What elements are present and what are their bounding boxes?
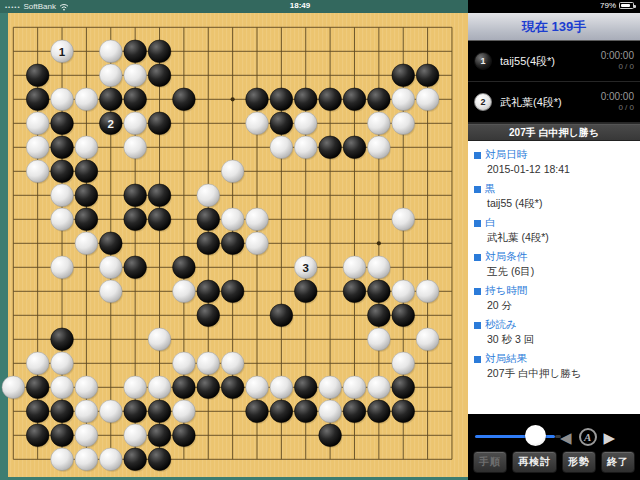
white-stone bbox=[75, 400, 98, 423]
white-stone bbox=[26, 112, 49, 135]
bullet-icon bbox=[474, 186, 481, 193]
white-stone bbox=[75, 232, 98, 255]
black-stone bbox=[270, 400, 293, 423]
info-value-white: 武礼葉 (4段*) bbox=[474, 231, 634, 247]
black-stone bbox=[319, 424, 342, 447]
move-number-label: 2 bbox=[108, 118, 114, 130]
white-stone bbox=[51, 208, 74, 231]
white-stone bbox=[124, 424, 147, 447]
bullet-icon bbox=[474, 356, 481, 363]
white-stone bbox=[51, 448, 74, 471]
clock: 18:49 bbox=[276, 1, 324, 10]
white-stone bbox=[343, 376, 366, 399]
white-stone bbox=[26, 160, 49, 183]
white-stone bbox=[270, 376, 293, 399]
black-stone bbox=[26, 376, 49, 399]
white-stone bbox=[392, 352, 415, 375]
black-stone bbox=[26, 64, 49, 87]
black-stone bbox=[197, 304, 220, 327]
black-stone bbox=[148, 424, 171, 447]
black-stone bbox=[197, 208, 220, 231]
white-stone bbox=[99, 40, 122, 63]
black-player-name: taij55(4段*) bbox=[500, 54, 601, 69]
playback-controls: ◀ A ▶ 手順 再検討 形勢 終了 bbox=[468, 417, 640, 480]
white-stone bbox=[197, 352, 220, 375]
black-stone bbox=[148, 184, 171, 207]
info-row-white: 白 武礼葉 (4段*) bbox=[474, 215, 634, 247]
white-stone bbox=[26, 136, 49, 159]
black-stone bbox=[197, 376, 220, 399]
white-stone bbox=[75, 448, 98, 471]
star-point bbox=[377, 241, 381, 245]
info-value-conditions: 互先 (6目) bbox=[474, 265, 634, 281]
black-stone bbox=[343, 400, 366, 423]
black-stone bbox=[124, 400, 147, 423]
white-stone bbox=[197, 184, 220, 207]
black-stone bbox=[343, 136, 366, 159]
white-stone bbox=[221, 160, 244, 183]
white-stone bbox=[99, 448, 122, 471]
white-stone bbox=[319, 400, 342, 423]
black-stone bbox=[148, 208, 171, 231]
go-board-svg[interactable]: 123 bbox=[0, 13, 468, 480]
black-stone bbox=[221, 280, 244, 303]
white-stone bbox=[51, 352, 74, 375]
white-stone bbox=[246, 208, 269, 231]
white-player-periods: 0 / 0 bbox=[601, 103, 634, 113]
move-slider[interactable] bbox=[475, 435, 555, 438]
carrier-label: SoftBank bbox=[24, 2, 56, 11]
status-bar-left-background bbox=[0, 0, 468, 13]
white-stone bbox=[319, 376, 342, 399]
info-value-date: 2015-01-12 18:41 bbox=[474, 163, 634, 179]
white-stone bbox=[148, 328, 171, 351]
white-stone bbox=[99, 400, 122, 423]
move-slider-thumb[interactable] bbox=[525, 425, 546, 446]
black-stone bbox=[392, 376, 415, 399]
black-stone bbox=[148, 112, 171, 135]
info-value-byoyomi: 30 秒 3 回 bbox=[474, 333, 634, 349]
black-stone bbox=[51, 112, 74, 135]
black-stone bbox=[51, 424, 74, 447]
white-stone bbox=[246, 112, 269, 135]
white-stone bbox=[246, 232, 269, 255]
game-details-list[interactable]: 対局日時 2015-01-12 18:41 黒 taij55 (4段*) 白 武… bbox=[468, 141, 640, 414]
black-stone bbox=[173, 256, 196, 279]
white-stone bbox=[368, 136, 391, 159]
black-stone bbox=[368, 400, 391, 423]
black-stone bbox=[294, 400, 317, 423]
white-stone bbox=[51, 256, 74, 279]
black-stone bbox=[148, 64, 171, 87]
black-stone bbox=[392, 304, 415, 327]
info-row-result: 対局結果 207手 白中押し勝ち bbox=[474, 351, 634, 383]
white-stone bbox=[99, 256, 122, 279]
black-stone bbox=[319, 136, 342, 159]
white-player-time: 0:00:00 bbox=[601, 91, 634, 103]
carrier-info: ••••• SoftBank bbox=[5, 1, 69, 12]
white-stone bbox=[124, 64, 147, 87]
black-stone bbox=[173, 88, 196, 111]
info-value-black: taij55 (4段*) bbox=[474, 197, 634, 213]
black-stone bbox=[368, 304, 391, 327]
black-player-time: 0:00:00 bbox=[601, 50, 634, 62]
black-stone bbox=[75, 208, 98, 231]
black-stone bbox=[75, 184, 98, 207]
auto-play-button[interactable]: A bbox=[579, 428, 597, 446]
info-row-main-time: 持ち時間 20 分 bbox=[474, 283, 634, 315]
white-stone bbox=[343, 256, 366, 279]
black-stone bbox=[392, 400, 415, 423]
white-stone bbox=[75, 136, 98, 159]
black-stone bbox=[124, 208, 147, 231]
black-stone bbox=[294, 376, 317, 399]
info-row-byoyomi: 秒読み 30 秒 3 回 bbox=[474, 317, 634, 349]
game-info-panel: 現在 139手 1 taij55(4段*) 0:00:00 0 / 0 2 武礼… bbox=[468, 13, 640, 480]
info-row-conditions: 対局条件 互先 (6目) bbox=[474, 249, 634, 281]
black-stone bbox=[197, 280, 220, 303]
black-stone bbox=[148, 400, 171, 423]
bullet-icon bbox=[474, 220, 481, 227]
black-stone bbox=[26, 88, 49, 111]
white-stone bbox=[294, 112, 317, 135]
bullet-icon bbox=[474, 288, 481, 295]
white-stone bbox=[173, 352, 196, 375]
move-slider-row: ◀ A ▶ bbox=[468, 425, 640, 447]
white-player-name: 武礼葉(4段*) bbox=[500, 95, 601, 110]
player-list: 1 taij55(4段*) 0:00:00 0 / 0 2 武礼葉(4段*) 0… bbox=[468, 41, 640, 124]
action-button-row: 手順 再検討 形勢 終了 bbox=[468, 451, 640, 473]
white-stone bbox=[368, 328, 391, 351]
white-stone bbox=[416, 88, 439, 111]
previous-move-button[interactable]: ◀ bbox=[560, 430, 572, 445]
black-stone bbox=[221, 376, 244, 399]
bullet-icon bbox=[474, 254, 481, 261]
white-stone bbox=[392, 112, 415, 135]
current-move-header: 現在 139手 bbox=[468, 13, 640, 41]
white-stone bbox=[416, 280, 439, 303]
black-stone bbox=[246, 88, 269, 111]
white-stone bbox=[2, 376, 25, 399]
white-stone bbox=[221, 352, 244, 375]
black-stone bbox=[75, 160, 98, 183]
black-stone bbox=[270, 304, 293, 327]
black-player-periods: 0 / 0 bbox=[601, 62, 634, 72]
black-stone bbox=[343, 280, 366, 303]
black-stone bbox=[124, 448, 147, 471]
bullet-icon bbox=[474, 322, 481, 329]
white-stone bbox=[51, 184, 74, 207]
info-row-black: 黒 taij55 (4段*) bbox=[474, 181, 634, 213]
white-stone bbox=[294, 136, 317, 159]
white-stone bbox=[392, 208, 415, 231]
go-board[interactable]: 123 bbox=[0, 13, 468, 480]
black-stone bbox=[124, 88, 147, 111]
review-button[interactable]: 再検討 bbox=[512, 451, 557, 473]
white-stone bbox=[246, 376, 269, 399]
black-stone bbox=[270, 112, 293, 135]
black-stone bbox=[99, 232, 122, 255]
info-row-date: 対局日時 2015-01-12 18:41 bbox=[474, 147, 634, 179]
black-stone bbox=[148, 40, 171, 63]
white-stone bbox=[99, 64, 122, 87]
white-stone bbox=[99, 280, 122, 303]
bullet-icon bbox=[474, 152, 481, 159]
white-stone bbox=[26, 352, 49, 375]
black-stone bbox=[124, 40, 147, 63]
info-value-main-time: 20 分 bbox=[474, 299, 634, 315]
move-order-button[interactable]: 手順 bbox=[473, 451, 507, 473]
signal-strength-dots: ••••• bbox=[5, 4, 21, 10]
white-stone bbox=[124, 112, 147, 135]
black-stone-icon: 1 bbox=[474, 52, 492, 70]
white-stone bbox=[75, 424, 98, 447]
black-stone bbox=[26, 400, 49, 423]
black-stone bbox=[392, 64, 415, 87]
black-stone bbox=[51, 328, 74, 351]
black-stone bbox=[270, 88, 293, 111]
star-point bbox=[231, 97, 235, 101]
white-stone bbox=[148, 376, 171, 399]
black-stone bbox=[173, 424, 196, 447]
info-value-result: 207手 白中押し勝ち bbox=[474, 367, 634, 383]
player-row-black: 1 taij55(4段*) 0:00:00 0 / 0 bbox=[468, 41, 640, 82]
black-stone bbox=[294, 88, 317, 111]
black-stone bbox=[319, 88, 342, 111]
white-stone bbox=[75, 88, 98, 111]
wifi-icon bbox=[59, 3, 69, 11]
result-banner: 207手 白中押し勝ち bbox=[468, 124, 640, 141]
app-screen: ••••• SoftBank 18:49 79% bbox=[0, 0, 640, 480]
black-stone bbox=[221, 232, 244, 255]
white-stone bbox=[368, 376, 391, 399]
black-stone bbox=[51, 136, 74, 159]
white-stone bbox=[51, 376, 74, 399]
white-stone bbox=[270, 136, 293, 159]
white-stone bbox=[392, 88, 415, 111]
white-stone bbox=[368, 256, 391, 279]
black-stone bbox=[294, 280, 317, 303]
black-stone bbox=[343, 88, 366, 111]
black-stone bbox=[368, 88, 391, 111]
white-stone bbox=[124, 376, 147, 399]
white-stone bbox=[51, 88, 74, 111]
black-stone bbox=[368, 280, 391, 303]
status-bar: ••••• SoftBank 18:49 79% bbox=[0, 0, 640, 13]
black-stone bbox=[99, 88, 122, 111]
move-number-label: 1 bbox=[59, 46, 66, 58]
white-stone bbox=[124, 136, 147, 159]
black-stone bbox=[173, 376, 196, 399]
white-stone bbox=[173, 400, 196, 423]
white-stone bbox=[416, 328, 439, 351]
black-stone bbox=[26, 424, 49, 447]
white-stone-icon: 2 bbox=[474, 93, 492, 111]
battery-status: 79% bbox=[600, 1, 634, 10]
battery-percent-label: 79% bbox=[600, 1, 616, 10]
black-stone bbox=[148, 448, 171, 471]
battery-icon bbox=[619, 2, 634, 9]
score-estimate-button[interactable]: 形勢 bbox=[562, 451, 596, 473]
black-stone bbox=[124, 256, 147, 279]
white-stone bbox=[221, 208, 244, 231]
white-stone bbox=[75, 376, 98, 399]
black-stone bbox=[51, 400, 74, 423]
white-stone bbox=[173, 280, 196, 303]
black-stone bbox=[416, 64, 439, 87]
black-stone bbox=[124, 184, 147, 207]
exit-button[interactable]: 終了 bbox=[601, 451, 635, 473]
white-stone bbox=[392, 280, 415, 303]
black-stone bbox=[197, 232, 220, 255]
move-number-label: 3 bbox=[303, 262, 309, 274]
next-move-button[interactable]: ▶ bbox=[604, 430, 616, 445]
black-stone bbox=[51, 160, 74, 183]
player-row-white: 2 武礼葉(4段*) 0:00:00 0 / 0 bbox=[468, 82, 640, 123]
white-stone bbox=[368, 112, 391, 135]
black-stone bbox=[246, 400, 269, 423]
